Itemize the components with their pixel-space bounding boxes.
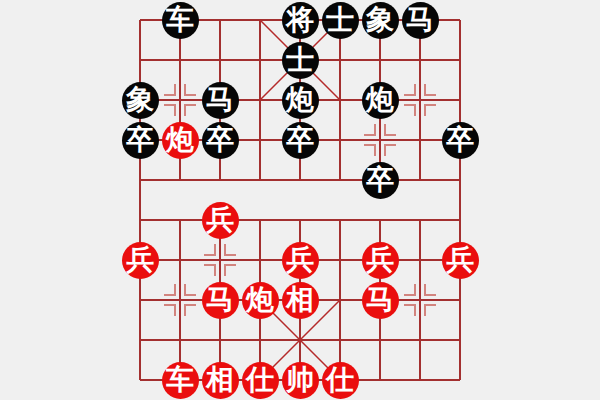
piece-red-soldier[interactable]: 兵 <box>282 242 319 279</box>
piece-red-horse[interactable]: 马 <box>202 282 239 319</box>
piece-black-soldier[interactable]: 卒 <box>442 122 479 159</box>
piece-black-cannon[interactable]: 炮 <box>282 82 319 119</box>
piece-red-soldier[interactable]: 兵 <box>362 242 399 279</box>
piece-black-soldier[interactable]: 卒 <box>202 122 239 159</box>
piece-red-horse[interactable]: 马 <box>362 282 399 319</box>
pieces-grid: 车将士象马士象马炮炮卒炮卒卒卒卒兵兵兵兵兵马炮相马车相仕帅仕 <box>120 0 480 400</box>
piece-red-elephant[interactable]: 相 <box>202 362 239 399</box>
piece-black-advisor[interactable]: 士 <box>282 42 319 79</box>
piece-red-king[interactable]: 帅 <box>282 362 319 399</box>
piece-black-soldier[interactable]: 卒 <box>122 122 159 159</box>
piece-red-chariot[interactable]: 车 <box>162 362 199 399</box>
piece-black-soldier[interactable]: 卒 <box>362 162 399 199</box>
piece-red-soldier[interactable]: 兵 <box>202 202 239 239</box>
piece-black-general[interactable]: 将 <box>282 2 319 39</box>
piece-black-advisor[interactable]: 士 <box>322 2 359 39</box>
piece-red-cannon[interactable]: 炮 <box>162 122 199 159</box>
piece-red-elephant[interactable]: 相 <box>282 282 319 319</box>
piece-black-chariot[interactable]: 车 <box>162 2 199 39</box>
piece-black-soldier[interactable]: 卒 <box>282 122 319 159</box>
board[interactable]: 车将士象马士象马炮炮卒炮卒卒卒卒兵兵兵兵兵马炮相马车相仕帅仕 <box>0 0 600 400</box>
piece-black-horse[interactable]: 马 <box>202 82 239 119</box>
piece-red-advisor[interactable]: 仕 <box>242 362 279 399</box>
piece-black-elephant[interactable]: 象 <box>362 2 399 39</box>
piece-black-cannon[interactable]: 炮 <box>362 82 399 119</box>
piece-red-advisor[interactable]: 仕 <box>322 362 359 399</box>
piece-red-soldier[interactable]: 兵 <box>122 242 159 279</box>
piece-red-cannon[interactable]: 炮 <box>242 282 279 319</box>
piece-black-horse[interactable]: 马 <box>402 2 439 39</box>
piece-red-soldier[interactable]: 兵 <box>442 242 479 279</box>
piece-black-elephant[interactable]: 象 <box>122 82 159 119</box>
